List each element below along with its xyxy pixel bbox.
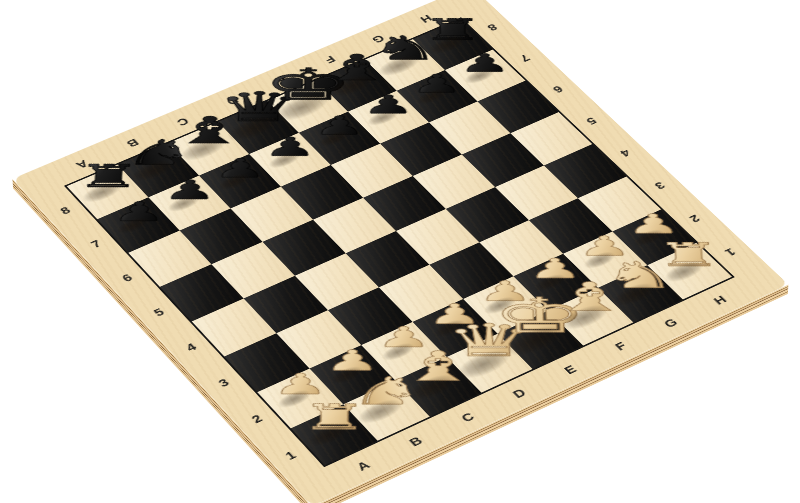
rank-label-6-left: 6 — [119, 271, 135, 284]
file-label-d-near: D — [509, 386, 528, 400]
file-label-g-near: G — [660, 315, 680, 329]
square-c3[interactable] — [328, 287, 413, 345]
rank-label-3-left: 3 — [215, 375, 232, 388]
square-a3[interactable] — [224, 333, 309, 392]
rank-label-7-left: 7 — [88, 237, 104, 250]
rank-label-3-right: 3 — [652, 180, 669, 192]
square-a2[interactable] — [257, 369, 343, 429]
square-e2[interactable] — [463, 276, 548, 333]
chess-board-scene: AABBCCDDEEFFGGHH1122334455667788 ♜♞♝♛♚♝♞… — [0, 0, 800, 503]
rank-label-5-right: 5 — [583, 115, 599, 127]
file-label-e-near: E — [560, 362, 579, 376]
piece-b-p-a7[interactable]: ♟ — [79, 198, 200, 225]
rank-label-2-left: 2 — [248, 411, 265, 425]
square-c4[interactable] — [295, 253, 379, 310]
square-d3[interactable] — [379, 265, 463, 322]
square-d2[interactable] — [413, 299, 498, 357]
file-label-h-near: H — [710, 293, 729, 307]
black-p-glyph: ♟ — [112, 198, 167, 225]
file-label-f-near: F — [611, 339, 629, 353]
square-a6[interactable] — [128, 231, 211, 287]
rank-label-8-left: 8 — [57, 204, 73, 216]
square-b1[interactable] — [343, 381, 429, 441]
rank-label-4-left: 4 — [182, 340, 198, 353]
file-label-c-near: C — [458, 409, 477, 424]
square-b5[interactable] — [211, 242, 295, 299]
square-b4[interactable] — [244, 276, 328, 333]
square-a1[interactable] — [291, 404, 378, 465]
square-d1[interactable] — [447, 334, 533, 393]
square-c1[interactable] — [395, 357, 481, 417]
square-f1[interactable] — [548, 288, 633, 346]
rank-label-5-left: 5 — [150, 305, 166, 318]
square-a4[interactable] — [192, 298, 277, 356]
square-d4[interactable] — [346, 231, 430, 287]
square-b2[interactable] — [310, 345, 396, 404]
file-label-b-near: B — [406, 433, 425, 448]
square-a5[interactable] — [160, 264, 244, 321]
square-e1[interactable] — [498, 311, 584, 369]
file-label-a-near: A — [353, 458, 372, 473]
rank-label-6-right: 6 — [550, 83, 566, 95]
rank-label-1-left: 1 — [282, 448, 299, 462]
square-b3[interactable] — [276, 310, 361, 368]
chess-board: AABBCCDDEEFFGGHH1122334455667788 ♜♞♝♛♚♝♞… — [12, 0, 788, 503]
square-c2[interactable] — [361, 322, 446, 381]
rank-label-4-right: 4 — [617, 147, 633, 159]
